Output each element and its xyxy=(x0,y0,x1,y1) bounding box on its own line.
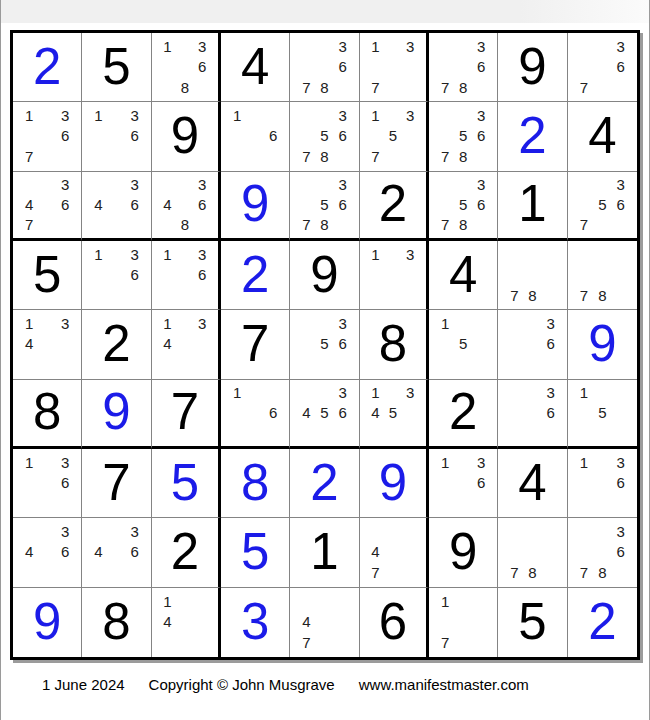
pencil-marks: 3678 xyxy=(290,33,358,101)
pencil-mark-3: 3 xyxy=(194,175,211,195)
cell-r1c5[interactable]: 3678 xyxy=(290,33,359,102)
cell-r5c2[interactable]: 2 xyxy=(82,310,151,379)
pencil-mark-2 xyxy=(384,521,401,541)
pencil-mark-1: 1 xyxy=(20,105,38,125)
pencil-mark-8 xyxy=(315,422,333,442)
cell-r5c8[interactable]: 36 xyxy=(498,310,567,379)
pencil-mark-7: 7 xyxy=(436,632,454,653)
pencil-mark-8: 8 xyxy=(176,77,193,97)
pencil-marks: 78 xyxy=(568,241,637,309)
pencil-marks: 356 xyxy=(290,310,358,378)
cell-r1c4[interactable]: 4 xyxy=(221,33,290,102)
pencil-mark-1: 1 xyxy=(367,383,384,403)
cell-r6c9[interactable]: 15 xyxy=(568,380,637,449)
pencil-mark-2 xyxy=(246,105,264,125)
cell-r5c1[interactable]: 134 xyxy=(13,310,82,379)
pencil-mark-8 xyxy=(523,422,541,442)
pencil-mark-7: 7 xyxy=(436,214,454,234)
pencil-marks: 136 xyxy=(13,449,81,517)
pencil-mark-8 xyxy=(384,422,401,442)
cell-r1c3[interactable]: 1368 xyxy=(152,33,221,102)
pencil-mark-8 xyxy=(454,493,472,513)
pencil-mark-4 xyxy=(228,402,246,422)
pencil-mark-8 xyxy=(384,562,401,582)
cell-r3c2[interactable]: 346 xyxy=(82,172,151,241)
solved-digit: 2 xyxy=(588,596,616,647)
given-digit: 8 xyxy=(379,318,407,369)
pencil-mark-6: 6 xyxy=(56,542,74,562)
cell-r1c8[interactable]: 9 xyxy=(498,33,567,102)
cell-r7c2[interactable]: 7 xyxy=(82,449,151,518)
pencil-mark-3 xyxy=(402,521,419,541)
pencil-mark-6: 6 xyxy=(472,194,490,214)
cell-r8c3[interactable]: 2 xyxy=(152,518,221,587)
pencil-marks: 134 xyxy=(152,310,218,378)
pencil-mark-6 xyxy=(56,334,74,354)
pencil-mark-5 xyxy=(107,194,125,214)
cell-r9c7[interactable]: 17 xyxy=(429,588,498,657)
cell-r9c5[interactable]: 47 xyxy=(290,588,359,657)
pencil-mark-2 xyxy=(523,313,541,333)
cell-r1c9[interactable]: 367 xyxy=(568,33,637,102)
pencil-mark-9 xyxy=(402,562,419,582)
header-band xyxy=(1,0,649,23)
cell-r2c9[interactable]: 4 xyxy=(568,102,637,171)
pencil-mark-1 xyxy=(297,175,315,195)
pencil-mark-8 xyxy=(176,632,193,653)
given-digit: 5 xyxy=(33,249,61,300)
pencil-mark-7 xyxy=(436,493,454,513)
pencil-mark-4: 4 xyxy=(297,611,315,632)
pencil-mark-8 xyxy=(176,354,193,374)
cell-r5c3[interactable]: 134 xyxy=(152,310,221,379)
pencil-mark-3: 3 xyxy=(612,521,630,541)
pencil-mark-2 xyxy=(107,175,125,195)
cell-r6c7[interactable]: 2 xyxy=(429,380,498,449)
solved-digit: 2 xyxy=(241,249,269,300)
given-digit: 9 xyxy=(171,110,199,161)
solved-digit: 9 xyxy=(102,386,130,437)
cell-r2c1[interactable]: 1367 xyxy=(13,102,82,171)
pencil-mark-5: 5 xyxy=(315,334,333,354)
pencil-mark-4: 4 xyxy=(297,402,315,422)
pencil-mark-8 xyxy=(593,77,611,97)
pencil-mark-6 xyxy=(612,264,630,284)
cell-r4c1[interactable]: 5 xyxy=(13,241,82,310)
pencil-marks: 17 xyxy=(429,588,497,657)
pencil-mark-9 xyxy=(612,214,630,234)
cell-r2c3[interactable]: 9 xyxy=(152,102,221,171)
pencil-mark-9 xyxy=(334,354,352,374)
pencil-marks: 15 xyxy=(429,310,497,378)
cell-r9c4[interactable]: 3 xyxy=(221,588,290,657)
pencil-mark-1 xyxy=(436,175,454,195)
pencil-mark-7: 7 xyxy=(367,77,384,97)
pencil-mark-8 xyxy=(384,285,401,305)
cell-r2c6[interactable]: 1357 xyxy=(360,102,429,171)
pencil-mark-8 xyxy=(454,354,472,374)
pencil-mark-2 xyxy=(454,105,472,125)
cell-r9c6[interactable]: 6 xyxy=(360,588,429,657)
pencil-mark-6 xyxy=(542,264,560,284)
cell-r3c3[interactable]: 3468 xyxy=(152,172,221,241)
pencil-mark-1: 1 xyxy=(20,452,38,472)
pencil-mark-7 xyxy=(159,354,176,374)
pencil-mark-2 xyxy=(593,383,611,403)
pencil-mark-7: 7 xyxy=(20,146,38,166)
cell-r8c1[interactable]: 346 xyxy=(13,518,82,587)
cell-r9c3[interactable]: 14 xyxy=(152,588,221,657)
pencil-mark-7: 7 xyxy=(436,146,454,166)
pencil-mark-8 xyxy=(107,146,125,166)
pencil-mark-8 xyxy=(246,146,264,166)
pencil-mark-8: 8 xyxy=(315,146,333,166)
pencil-mark-2 xyxy=(38,175,56,195)
pencil-mark-2 xyxy=(523,244,541,264)
pencil-mark-5 xyxy=(107,542,125,562)
pencil-mark-8 xyxy=(38,146,56,166)
pencil-mark-4: 4 xyxy=(367,542,384,562)
pencil-mark-3: 3 xyxy=(334,313,352,333)
pencil-mark-9 xyxy=(402,422,419,442)
solved-digit: 2 xyxy=(518,110,546,161)
pencil-mark-1 xyxy=(505,383,523,403)
pencil-mark-1 xyxy=(20,175,38,195)
cell-r8c5[interactable]: 1 xyxy=(290,518,359,587)
pencil-mark-5 xyxy=(523,402,541,422)
pencil-marks: 35678 xyxy=(290,102,358,170)
pencil-mark-7 xyxy=(20,562,38,582)
pencil-mark-2 xyxy=(315,313,333,333)
pencil-mark-1 xyxy=(89,521,107,541)
pencil-mark-2 xyxy=(454,313,472,333)
pencil-mark-2 xyxy=(38,105,56,125)
pencil-marks: 134 xyxy=(13,310,81,378)
pencil-mark-6: 6 xyxy=(56,472,74,492)
cell-r6c2[interactable]: 9 xyxy=(82,380,151,449)
pencil-mark-7: 7 xyxy=(505,285,523,305)
cell-r3c6[interactable]: 2 xyxy=(360,172,429,241)
pencil-mark-6: 6 xyxy=(472,472,490,492)
cell-r7c5[interactable]: 2 xyxy=(290,449,359,518)
pencil-mark-2 xyxy=(107,105,125,125)
cell-r5c4[interactable]: 7 xyxy=(221,310,290,379)
pencil-mark-1: 1 xyxy=(89,244,107,264)
cell-r7c3[interactable]: 5 xyxy=(152,449,221,518)
cell-r9c2[interactable]: 8 xyxy=(82,588,151,657)
pencil-mark-3: 3 xyxy=(334,105,352,125)
given-digit: 2 xyxy=(449,386,477,437)
cell-r1c7[interactable]: 3678 xyxy=(429,33,498,102)
pencil-mark-4 xyxy=(575,56,593,76)
given-digit: 9 xyxy=(449,526,477,577)
cell-r2c2[interactable]: 136 xyxy=(82,102,151,171)
pencil-mark-4: 4 xyxy=(20,194,38,214)
pencil-mark-8 xyxy=(315,632,333,653)
cell-r6c4[interactable]: 16 xyxy=(221,380,290,449)
given-digit: 6 xyxy=(379,596,407,647)
pencil-marks: 35678 xyxy=(429,172,497,238)
pencil-mark-5: 5 xyxy=(315,194,333,214)
pencil-marks: 78 xyxy=(498,518,566,586)
pencil-mark-4 xyxy=(436,611,454,632)
pencil-mark-8 xyxy=(38,354,56,374)
pencil-mark-2 xyxy=(38,452,56,472)
pencil-mark-7: 7 xyxy=(436,77,454,97)
cell-r2c7[interactable]: 35678 xyxy=(429,102,498,171)
pencil-mark-7: 7 xyxy=(367,562,384,582)
pencil-mark-9 xyxy=(126,562,144,582)
pencil-mark-6: 6 xyxy=(264,402,282,422)
pencil-mark-1 xyxy=(297,591,315,612)
pencil-marks: 136 xyxy=(429,449,497,517)
pencil-mark-5 xyxy=(176,264,193,284)
cell-r4c4[interactable]: 2 xyxy=(221,241,290,310)
pencil-mark-4 xyxy=(575,472,593,492)
pencil-mark-1 xyxy=(575,244,593,264)
pencil-mark-6 xyxy=(472,334,490,354)
pencil-mark-9 xyxy=(402,77,419,97)
cell-r4c7[interactable]: 4 xyxy=(429,241,498,310)
pencil-mark-9 xyxy=(612,562,630,582)
pencil-mark-4 xyxy=(89,264,107,284)
pencil-mark-1: 1 xyxy=(159,313,176,333)
cell-r3c8[interactable]: 1 xyxy=(498,172,567,241)
solved-digit: 9 xyxy=(33,596,61,647)
pencil-marks: 136 xyxy=(82,102,150,170)
cell-r4c3[interactable]: 136 xyxy=(152,241,221,310)
pencil-mark-1: 1 xyxy=(159,591,176,612)
pencil-mark-6: 6 xyxy=(542,402,560,422)
pencil-mark-7: 7 xyxy=(505,562,523,582)
pencil-mark-1 xyxy=(505,244,523,264)
pencil-mark-4: 4 xyxy=(20,334,38,354)
pencil-mark-9 xyxy=(194,632,211,653)
pencil-mark-1: 1 xyxy=(367,105,384,125)
pencil-mark-6: 6 xyxy=(612,542,630,562)
pencil-mark-8: 8 xyxy=(315,77,333,97)
pencil-mark-3: 3 xyxy=(56,105,74,125)
pencil-mark-5 xyxy=(38,126,56,146)
pencil-mark-8 xyxy=(38,493,56,513)
given-digit: 4 xyxy=(241,41,269,92)
given-digit: 2 xyxy=(102,318,130,369)
pencil-mark-7 xyxy=(505,354,523,374)
given-digit: 8 xyxy=(102,596,130,647)
cell-r1c6[interactable]: 137 xyxy=(360,33,429,102)
cell-r3c7[interactable]: 35678 xyxy=(429,172,498,241)
pencil-mark-8 xyxy=(38,562,56,582)
pencil-marks: 1368 xyxy=(152,33,218,101)
cell-r8c2[interactable]: 346 xyxy=(82,518,151,587)
cell-r9c1[interactable]: 9 xyxy=(13,588,82,657)
pencil-mark-5 xyxy=(107,264,125,284)
pencil-mark-4 xyxy=(297,126,315,146)
footer-copyright: Copyright © John Musgrave xyxy=(149,676,335,693)
pencil-mark-6: 6 xyxy=(194,194,211,214)
pencil-mark-7 xyxy=(297,354,315,374)
pencil-mark-3 xyxy=(194,591,211,612)
pencil-mark-2 xyxy=(315,383,333,403)
pencil-mark-1 xyxy=(297,36,315,56)
pencil-mark-1 xyxy=(20,521,38,541)
pencil-mark-6: 6 xyxy=(612,194,630,214)
pencil-mark-6 xyxy=(612,402,630,422)
pencil-mark-1 xyxy=(159,175,176,195)
pencil-mark-7 xyxy=(159,214,176,234)
given-digit: 4 xyxy=(588,110,616,161)
pencil-marks: 136 xyxy=(568,449,637,517)
cell-r3c9[interactable]: 3567 xyxy=(568,172,637,241)
pencil-marks: 3678 xyxy=(429,33,497,101)
cell-r5c9[interactable]: 9 xyxy=(568,310,637,379)
pencil-mark-8: 8 xyxy=(176,214,193,234)
pencil-mark-7 xyxy=(436,354,454,374)
pencil-mark-2 xyxy=(246,383,264,403)
given-digit: 7 xyxy=(241,318,269,369)
pencil-mark-6: 6 xyxy=(126,194,144,214)
pencil-mark-3: 3 xyxy=(472,105,490,125)
footer: 1 June 2024 Copyright © John Musgrave ww… xyxy=(42,676,529,693)
cell-r3c1[interactable]: 3467 xyxy=(13,172,82,241)
cell-r7c1[interactable]: 136 xyxy=(13,449,82,518)
pencil-mark-6: 6 xyxy=(264,126,282,146)
cell-r4c2[interactable]: 136 xyxy=(82,241,151,310)
pencil-mark-8 xyxy=(176,285,193,305)
cell-r8c6[interactable]: 47 xyxy=(360,518,429,587)
cell-r6c8[interactable]: 36 xyxy=(498,380,567,449)
pencil-mark-4 xyxy=(575,542,593,562)
pencil-mark-2 xyxy=(38,521,56,541)
pencil-mark-8 xyxy=(384,77,401,97)
pencil-marks: 137 xyxy=(360,33,426,101)
pencil-mark-1 xyxy=(297,105,315,125)
pencil-mark-4: 4 xyxy=(159,334,176,354)
given-digit: 1 xyxy=(310,526,338,577)
cell-r8c8[interactable]: 78 xyxy=(498,518,567,587)
pencil-marks: 1367 xyxy=(13,102,81,170)
pencil-mark-3: 3 xyxy=(612,36,630,56)
pencil-mark-1: 1 xyxy=(159,244,176,264)
pencil-mark-8 xyxy=(107,562,125,582)
cell-r3c5[interactable]: 35678 xyxy=(290,172,359,241)
pencil-marks: 14 xyxy=(152,588,218,657)
pencil-marks: 35678 xyxy=(429,102,497,170)
cell-r4c8[interactable]: 78 xyxy=(498,241,567,310)
pencil-mark-1: 1 xyxy=(228,383,246,403)
pencil-mark-5 xyxy=(38,542,56,562)
pencil-mark-1: 1 xyxy=(228,105,246,125)
pencil-mark-2 xyxy=(593,521,611,541)
pencil-mark-2 xyxy=(523,383,541,403)
pencil-mark-9 xyxy=(542,285,560,305)
pencil-mark-4: 4 xyxy=(20,542,38,562)
cell-r7c4[interactable]: 8 xyxy=(221,449,290,518)
pencil-marks: 3567 xyxy=(568,172,637,238)
pencil-marks: 36 xyxy=(498,380,566,446)
pencil-mark-5: 5 xyxy=(593,194,611,214)
pencil-mark-5 xyxy=(454,56,472,76)
pencil-mark-9 xyxy=(542,422,560,442)
pencil-mark-7 xyxy=(228,422,246,442)
cell-r5c7[interactable]: 15 xyxy=(429,310,498,379)
solved-digit: 5 xyxy=(241,526,269,577)
pencil-mark-4 xyxy=(20,126,38,146)
pencil-mark-8 xyxy=(315,354,333,374)
cell-r7c9[interactable]: 136 xyxy=(568,449,637,518)
pencil-mark-7: 7 xyxy=(297,146,315,166)
pencil-mark-4 xyxy=(228,126,246,146)
pencil-mark-8 xyxy=(523,354,541,374)
cell-r1c2[interactable]: 5 xyxy=(82,33,151,102)
pencil-mark-9 xyxy=(402,285,419,305)
cell-r4c9[interactable]: 78 xyxy=(568,241,637,310)
cell-r8c9[interactable]: 3678 xyxy=(568,518,637,587)
pencil-mark-3: 3 xyxy=(126,244,144,264)
pencil-mark-8: 8 xyxy=(454,77,472,97)
solved-digit: 3 xyxy=(241,596,269,647)
cell-r1c1[interactable]: 2 xyxy=(13,33,82,102)
cell-r8c7[interactable]: 9 xyxy=(429,518,498,587)
pencil-mark-4 xyxy=(367,126,384,146)
solved-digit: 2 xyxy=(310,457,338,508)
cell-r4c5[interactable]: 9 xyxy=(290,241,359,310)
cell-r7c6[interactable]: 9 xyxy=(360,449,429,518)
given-digit: 9 xyxy=(518,41,546,92)
pencil-mark-4 xyxy=(297,56,315,76)
solved-digit: 8 xyxy=(241,457,269,508)
pencil-mark-4 xyxy=(20,472,38,492)
pencil-mark-5 xyxy=(593,472,611,492)
cell-r6c1[interactable]: 8 xyxy=(13,380,82,449)
pencil-mark-6: 6 xyxy=(334,194,352,214)
cell-r9c8[interactable]: 5 xyxy=(498,588,567,657)
cell-r7c7[interactable]: 136 xyxy=(429,449,498,518)
pencil-mark-6 xyxy=(402,56,419,76)
pencil-mark-2 xyxy=(107,244,125,264)
cell-r5c6[interactable]: 8 xyxy=(360,310,429,379)
pencil-mark-6: 6 xyxy=(334,126,352,146)
cell-r2c8[interactable]: 2 xyxy=(498,102,567,171)
pencil-mark-8: 8 xyxy=(454,214,472,234)
pencil-mark-6: 6 xyxy=(612,56,630,76)
pencil-mark-7: 7 xyxy=(575,77,593,97)
pencil-mark-3: 3 xyxy=(334,36,352,56)
cell-r4c6[interactable]: 13 xyxy=(360,241,429,310)
pencil-marks: 3678 xyxy=(568,518,637,586)
solved-digit: 2 xyxy=(33,41,61,92)
cell-r3c4[interactable]: 9 xyxy=(221,172,290,241)
cell-r5c5[interactable]: 356 xyxy=(290,310,359,379)
cell-r2c4[interactable]: 16 xyxy=(221,102,290,171)
cell-r6c5[interactable]: 3456 xyxy=(290,380,359,449)
pencil-mark-9 xyxy=(56,146,74,166)
cell-r6c3[interactable]: 7 xyxy=(152,380,221,449)
pencil-mark-9 xyxy=(194,354,211,374)
pencil-mark-5 xyxy=(246,402,264,422)
cell-r7c8[interactable]: 4 xyxy=(498,449,567,518)
pencil-mark-2 xyxy=(176,36,193,56)
pencil-mark-4 xyxy=(297,194,315,214)
cell-r6c6[interactable]: 1345 xyxy=(360,380,429,449)
cell-r2c5[interactable]: 35678 xyxy=(290,102,359,171)
pencil-mark-7 xyxy=(159,77,176,97)
cell-r8c4[interactable]: 5 xyxy=(221,518,290,587)
cell-r9c9[interactable]: 2 xyxy=(568,588,637,657)
pencil-mark-2 xyxy=(315,175,333,195)
pencil-mark-1: 1 xyxy=(436,452,454,472)
pencil-mark-3: 3 xyxy=(402,244,419,264)
